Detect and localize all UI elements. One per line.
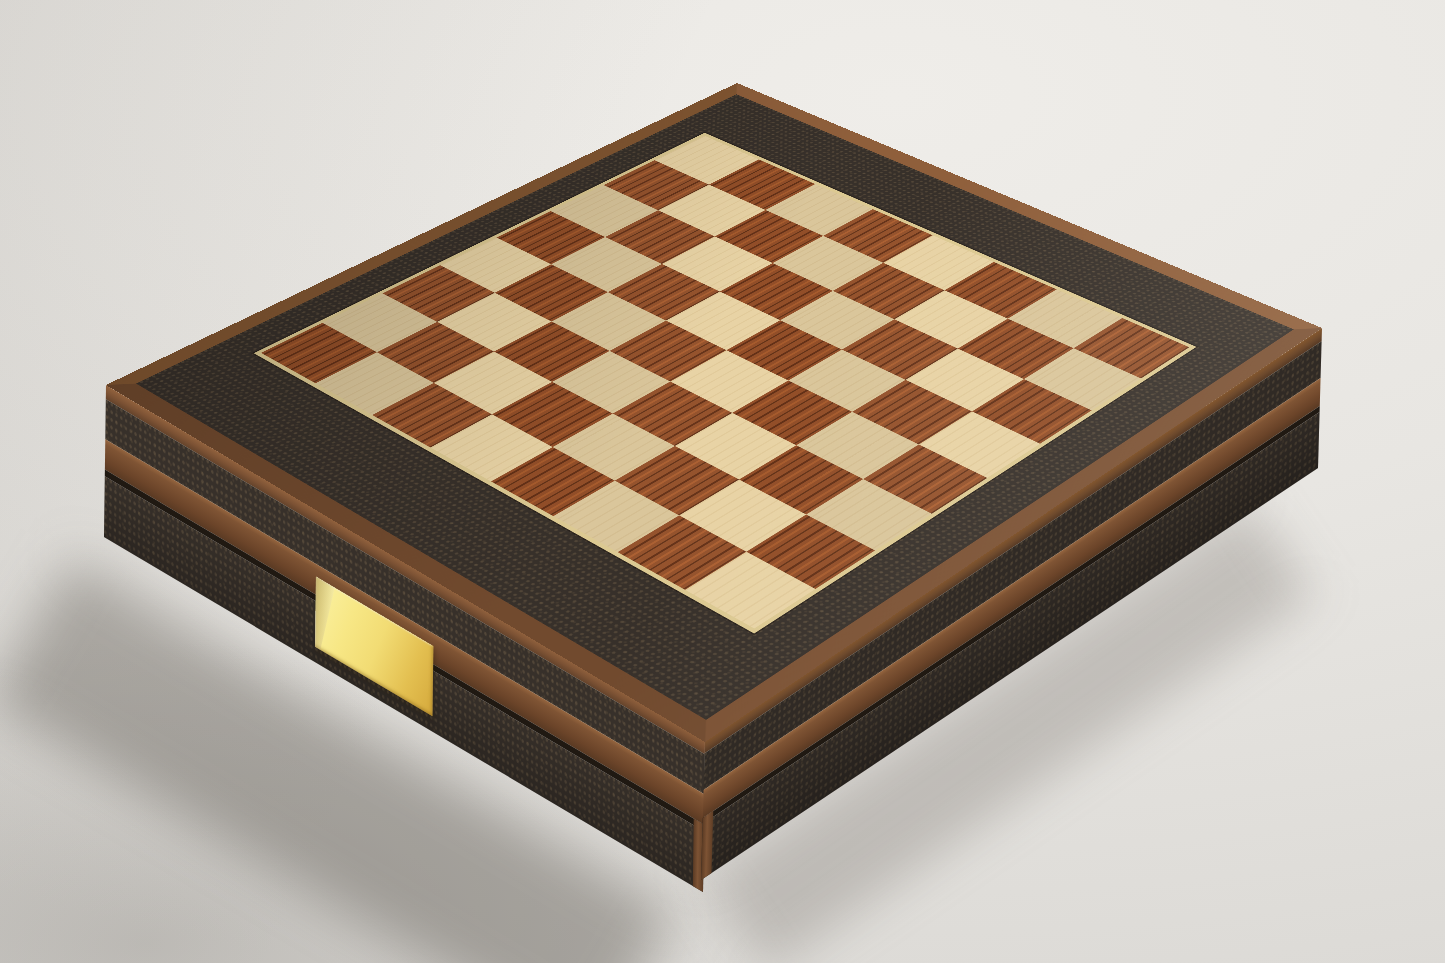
photo-scene (0, 0, 1445, 963)
walnut-corner-strip (701, 811, 713, 880)
